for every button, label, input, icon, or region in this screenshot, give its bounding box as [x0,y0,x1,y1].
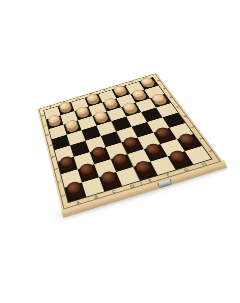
white-checker-a7 [48,117,62,128]
product-photo-checkers-set: AABBCCDDEEFFGGHH8877665544332211 [0,0,240,303]
black-checker-c3 [91,149,108,163]
black-checker-a3 [59,159,75,173]
white-checker-e7 [104,100,119,111]
black-checker-g1 [170,153,191,168]
white-checker-d6 [94,113,109,124]
white-checker-h8 [140,79,155,89]
white-checker-d8 [86,95,100,105]
black-checker-g3 [155,129,174,142]
black-checker-b2 [79,166,96,181]
board-pieces [37,72,224,211]
black-checker-e3 [123,139,141,152]
black-checker-h2 [179,136,199,150]
black-checker-e1 [135,163,155,178]
white-checker-b8 [59,104,72,114]
black-checker-a1 [66,184,83,200]
black-checker-f2 [146,146,165,160]
white-checker-g7 [132,91,148,101]
white-checker-c7 [76,108,90,119]
white-checker-f6 [123,104,139,115]
checkers-board: AABBCCDDEEFFGGHH8877665544332211 [37,72,224,211]
white-checker-f8 [113,87,128,97]
white-checker-b6 [65,122,79,134]
white-checker-h6 [151,95,168,106]
black-checker-d2 [112,156,130,170]
black-checker-c1 [101,174,119,189]
